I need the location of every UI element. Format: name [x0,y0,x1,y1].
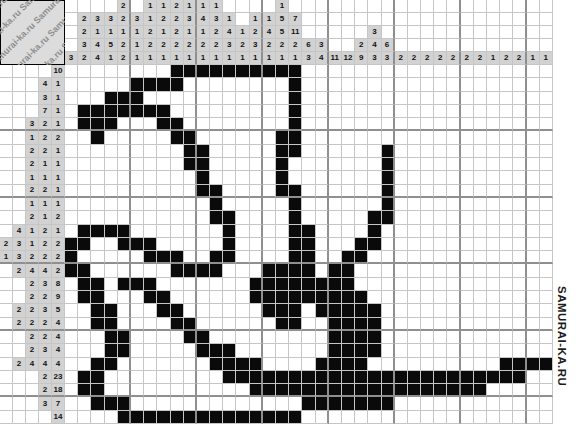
grid-cell[interactable] [382,358,395,371]
grid-cell[interactable] [329,264,342,277]
grid-cell[interactable] [382,78,395,91]
grid-cell[interactable] [118,397,131,410]
grid-cell[interactable] [78,384,91,397]
grid-cell[interactable] [236,371,249,384]
grid-cell[interactable] [210,384,223,397]
grid-cell[interactable] [316,331,329,344]
grid-cell[interactable] [395,65,408,78]
grid-cell[interactable] [197,131,210,144]
grid-cell[interactable] [144,411,157,424]
grid-cell[interactable] [223,92,236,105]
grid-cell[interactable] [263,397,276,410]
grid-cell[interactable] [210,331,223,344]
grid-cell[interactable] [184,264,197,277]
grid-cell[interactable] [302,65,315,78]
grid-cell[interactable] [368,318,381,331]
grid-cell[interactable] [289,105,302,118]
grid-cell[interactable] [197,92,210,105]
grid-cell[interactable] [408,65,421,78]
grid-cell[interactable] [368,264,381,277]
grid-cell[interactable] [197,278,210,291]
grid-cell[interactable] [197,264,210,277]
grid-cell[interactable] [184,304,197,317]
grid-cell[interactable] [316,318,329,331]
grid-cell[interactable] [540,264,553,277]
grid-cell[interactable] [368,251,381,264]
grid-cell[interactable] [118,291,131,304]
grid-cell[interactable] [144,92,157,105]
grid-cell[interactable] [210,278,223,291]
grid-cell[interactable] [210,318,223,331]
grid-cell[interactable] [105,158,118,171]
grid-cell[interactable] [131,225,144,238]
grid-cell[interactable] [144,171,157,184]
grid-cell[interactable] [434,251,447,264]
grid-cell[interactable] [395,238,408,251]
grid-cell[interactable] [131,371,144,384]
grid-cell[interactable] [223,397,236,410]
grid-cell[interactable] [513,251,526,264]
grid-cell[interactable] [276,291,289,304]
grid-cell[interactable] [236,92,249,105]
grid-cell[interactable] [263,371,276,384]
grid-cell[interactable] [342,411,355,424]
grid-cell[interactable] [316,278,329,291]
grid-cell[interactable] [368,185,381,198]
grid-cell[interactable] [210,397,223,410]
grid-cell[interactable] [250,397,263,410]
grid-cell[interactable] [329,331,342,344]
grid-cell[interactable] [197,304,210,317]
grid-cell[interactable] [513,131,526,144]
grid-cell[interactable] [65,211,78,224]
grid-cell[interactable] [540,118,553,131]
grid-cell[interactable] [105,92,118,105]
grid-cell[interactable] [105,371,118,384]
grid-cell[interactable] [487,118,500,131]
grid-cell[interactable] [540,185,553,198]
grid-cell[interactable] [105,185,118,198]
grid-cell[interactable] [540,251,553,264]
grid-cell[interactable] [527,65,540,78]
grid-cell[interactable] [540,238,553,251]
grid-cell[interactable] [434,171,447,184]
grid-cell[interactable] [500,238,513,251]
grid-cell[interactable] [527,118,540,131]
grid-cell[interactable] [236,171,249,184]
grid-cell[interactable] [461,238,474,251]
grid-cell[interactable] [105,78,118,91]
grid-cell[interactable] [171,264,184,277]
grid-cell[interactable] [487,131,500,144]
grid-cell[interactable] [368,397,381,410]
grid-cell[interactable] [157,397,170,410]
grid-cell[interactable] [131,384,144,397]
grid-cell[interactable] [487,331,500,344]
grid-cell[interactable] [368,384,381,397]
grid-cell[interactable] [184,65,197,78]
grid-cell[interactable] [527,344,540,357]
grid-cell[interactable] [250,78,263,91]
grid-cell[interactable] [263,105,276,118]
grid-cell[interactable] [408,331,421,344]
grid-cell[interactable] [540,105,553,118]
grid-cell[interactable] [171,158,184,171]
grid-cell[interactable] [461,318,474,331]
grid-cell[interactable] [487,158,500,171]
grid-cell[interactable] [513,278,526,291]
grid-cell[interactable] [105,211,118,224]
grid-cell[interactable] [355,198,368,211]
grid-cell[interactable] [540,318,553,331]
grid-cell[interactable] [250,344,263,357]
grid-cell[interactable] [276,171,289,184]
grid-cell[interactable] [329,185,342,198]
grid-cell[interactable] [78,105,91,118]
grid-cell[interactable] [408,304,421,317]
grid-cell[interactable] [171,171,184,184]
grid-cell[interactable] [329,158,342,171]
grid-cell[interactable] [316,264,329,277]
grid-cell[interactable] [105,344,118,357]
grid-cell[interactable] [342,251,355,264]
grid-cell[interactable] [316,291,329,304]
grid-cell[interactable] [78,371,91,384]
grid-cell[interactable] [105,291,118,304]
grid-cell[interactable] [236,331,249,344]
grid-cell[interactable] [421,384,434,397]
grid-cell[interactable] [316,344,329,357]
grid-cell[interactable] [197,344,210,357]
grid-cell[interactable] [461,291,474,304]
grid-cell[interactable] [157,225,170,238]
grid-cell[interactable] [382,211,395,224]
grid-cell[interactable] [382,171,395,184]
grid-cell[interactable] [91,358,104,371]
grid-cell[interactable] [540,78,553,91]
grid-cell[interactable] [157,118,170,131]
grid-cell[interactable] [171,397,184,410]
grid-cell[interactable] [210,171,223,184]
grid-cell[interactable] [263,331,276,344]
grid-cell[interactable] [263,251,276,264]
grid-cell[interactable] [157,238,170,251]
grid-cell[interactable] [355,264,368,277]
grid-cell[interactable] [131,411,144,424]
grid-cell[interactable] [157,185,170,198]
grid-cell[interactable] [276,78,289,91]
grid-cell[interactable] [105,131,118,144]
grid-cell[interactable] [65,358,78,371]
grid-cell[interactable] [171,331,184,344]
grid-cell[interactable] [65,105,78,118]
grid-cell[interactable] [171,131,184,144]
grid-cell[interactable] [171,291,184,304]
grid-cell[interactable] [461,78,474,91]
grid-cell[interactable] [276,118,289,131]
grid-cell[interactable] [302,185,315,198]
grid-cell[interactable] [223,304,236,317]
grid-cell[interactable] [342,358,355,371]
grid-cell[interactable] [500,118,513,131]
grid-cell[interactable] [144,251,157,264]
grid-cell[interactable] [447,304,460,317]
grid-cell[interactable] [210,251,223,264]
grid-cell[interactable] [65,238,78,251]
grid-cell[interactable] [368,304,381,317]
grid-cell[interactable] [461,185,474,198]
grid-cell[interactable] [500,384,513,397]
grid-cell[interactable] [144,225,157,238]
grid-cell[interactable] [302,251,315,264]
grid-cell[interactable] [65,344,78,357]
grid-cell[interactable] [527,211,540,224]
grid-cell[interactable] [263,171,276,184]
grid-cell[interactable] [487,238,500,251]
grid-cell[interactable] [395,145,408,158]
grid-cell[interactable] [447,411,460,424]
grid-cell[interactable] [250,131,263,144]
grid-cell[interactable] [223,171,236,184]
grid-cell[interactable] [236,384,249,397]
grid-cell[interactable] [316,78,329,91]
grid-cell[interactable] [408,105,421,118]
grid-cell[interactable] [329,251,342,264]
grid-cell[interactable] [65,278,78,291]
grid-cell[interactable] [78,158,91,171]
grid-cell[interactable] [474,358,487,371]
grid-cell[interactable] [395,78,408,91]
grid-cell[interactable] [474,238,487,251]
grid-cell[interactable] [144,331,157,344]
grid-cell[interactable] [223,384,236,397]
grid-cell[interactable] [513,185,526,198]
grid-cell[interactable] [91,411,104,424]
grid-cell[interactable] [65,411,78,424]
grid-cell[interactable] [118,384,131,397]
grid-cell[interactable] [421,291,434,304]
grid-cell[interactable] [289,331,302,344]
grid-cell[interactable] [487,411,500,424]
grid-cell[interactable] [474,171,487,184]
grid-cell[interactable] [276,92,289,105]
grid-cell[interactable] [302,344,315,357]
grid-cell[interactable] [210,238,223,251]
grid-cell[interactable] [105,304,118,317]
grid-cell[interactable] [276,211,289,224]
grid-cell[interactable] [355,118,368,131]
grid-cell[interactable] [421,158,434,171]
grid-cell[interactable] [78,185,91,198]
grid-cell[interactable] [184,198,197,211]
grid-cell[interactable] [302,145,315,158]
grid-cell[interactable] [157,171,170,184]
grid-cell[interactable] [527,291,540,304]
grid-cell[interactable] [65,131,78,144]
grid-cell[interactable] [513,358,526,371]
grid-cell[interactable] [250,171,263,184]
grid-cell[interactable] [342,198,355,211]
grid-cell[interactable] [131,304,144,317]
grid-cell[interactable] [540,291,553,304]
grid-cell[interactable] [289,78,302,91]
grid-cell[interactable] [302,397,315,410]
grid-cell[interactable] [527,198,540,211]
grid-cell[interactable] [487,198,500,211]
grid-cell[interactable] [316,384,329,397]
grid-cell[interactable] [527,92,540,105]
grid-cell[interactable] [461,397,474,410]
grid-cell[interactable] [223,278,236,291]
grid-cell[interactable] [223,78,236,91]
grid-cell[interactable] [474,65,487,78]
grid-cell[interactable] [157,145,170,158]
grid-cell[interactable] [540,158,553,171]
grid-cell[interactable] [461,65,474,78]
grid-cell[interactable] [197,145,210,158]
grid-cell[interactable] [461,331,474,344]
grid-cell[interactable] [263,92,276,105]
grid-cell[interactable] [65,92,78,105]
grid-cell[interactable] [289,158,302,171]
grid-cell[interactable] [447,92,460,105]
grid-cell[interactable] [316,185,329,198]
grid-cell[interactable] [263,384,276,397]
grid-cell[interactable] [368,171,381,184]
grid-cell[interactable] [382,291,395,304]
grid-cell[interactable] [236,185,249,198]
grid-cell[interactable] [316,198,329,211]
grid-cell[interactable] [395,131,408,144]
grid-cell[interactable] [540,304,553,317]
grid-cell[interactable] [91,251,104,264]
grid-cell[interactable] [461,304,474,317]
grid-cell[interactable] [118,145,131,158]
grid-cell[interactable] [500,411,513,424]
grid-cell[interactable] [355,92,368,105]
grid-cell[interactable] [395,251,408,264]
grid-cell[interactable] [395,118,408,131]
grid-cell[interactable] [302,105,315,118]
grid-cell[interactable] [513,344,526,357]
grid-cell[interactable] [421,65,434,78]
grid-cell[interactable] [421,251,434,264]
grid-cell[interactable] [236,344,249,357]
grid-cell[interactable] [236,251,249,264]
grid-cell[interactable] [144,264,157,277]
grid-cell[interactable] [447,65,460,78]
grid-cell[interactable] [289,118,302,131]
grid-cell[interactable] [78,304,91,317]
grid-cell[interactable] [382,158,395,171]
grid-cell[interactable] [355,238,368,251]
grid-cell[interactable] [316,411,329,424]
grid-cell[interactable] [527,358,540,371]
grid-cell[interactable] [355,65,368,78]
grid-cell[interactable] [263,225,276,238]
grid-cell[interactable] [461,171,474,184]
grid-cell[interactable] [91,384,104,397]
grid-cell[interactable] [91,158,104,171]
grid-cell[interactable] [236,358,249,371]
grid-cell[interactable] [171,251,184,264]
grid-cell[interactable] [447,118,460,131]
grid-cell[interactable] [144,78,157,91]
grid-cell[interactable] [513,304,526,317]
grid-cell[interactable] [105,105,118,118]
grid-cell[interactable] [434,371,447,384]
grid-cell[interactable] [197,211,210,224]
grid-cell[interactable] [91,304,104,317]
grid-cell[interactable] [395,358,408,371]
grid-cell[interactable] [184,384,197,397]
grid-cell[interactable] [540,131,553,144]
grid-cell[interactable] [236,318,249,331]
grid-cell[interactable] [329,318,342,331]
grid-cell[interactable] [91,371,104,384]
grid-cell[interactable] [276,371,289,384]
grid-cell[interactable] [263,238,276,251]
grid-cell[interactable] [171,384,184,397]
grid-cell[interactable] [289,185,302,198]
grid-cell[interactable] [210,344,223,357]
grid-cell[interactable] [236,291,249,304]
grid-cell[interactable] [157,198,170,211]
grid-cell[interactable] [474,92,487,105]
grid-cell[interactable] [210,291,223,304]
grid-cell[interactable] [474,397,487,410]
grid-cell[interactable] [513,411,526,424]
grid-cell[interactable] [302,358,315,371]
grid-cell[interactable] [236,397,249,410]
grid-cell[interactable] [527,384,540,397]
grid-cell[interactable] [342,211,355,224]
grid-cell[interactable] [65,318,78,331]
grid-cell[interactable] [276,384,289,397]
grid-cell[interactable] [408,358,421,371]
grid-cell[interactable] [118,131,131,144]
grid-cell[interactable] [434,291,447,304]
grid-cell[interactable] [157,318,170,331]
grid-cell[interactable] [342,131,355,144]
grid-cell[interactable] [223,358,236,371]
grid-cell[interactable] [118,118,131,131]
grid-cell[interactable] [355,171,368,184]
grid-cell[interactable] [263,344,276,357]
grid-cell[interactable] [408,264,421,277]
grid-cell[interactable] [500,92,513,105]
grid-cell[interactable] [197,331,210,344]
grid-cell[interactable] [144,145,157,158]
grid-cell[interactable] [78,131,91,144]
grid-cell[interactable] [474,318,487,331]
grid-cell[interactable] [276,318,289,331]
grid-cell[interactable] [355,384,368,397]
grid-cell[interactable] [329,225,342,238]
grid-cell[interactable] [487,225,500,238]
grid-cell[interactable] [223,198,236,211]
grid-cell[interactable] [250,278,263,291]
grid-cell[interactable] [78,397,91,410]
grid-cell[interactable] [263,358,276,371]
grid-cell[interactable] [500,304,513,317]
grid-cell[interactable] [144,211,157,224]
grid-cell[interactable] [184,145,197,158]
grid-cell[interactable] [184,211,197,224]
grid-cell[interactable] [184,331,197,344]
grid-cell[interactable] [91,145,104,158]
grid-cell[interactable] [171,304,184,317]
